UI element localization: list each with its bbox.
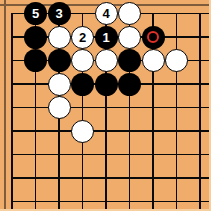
white-stone [118, 2, 141, 25]
white-stone-move-4: 4 [95, 2, 118, 25]
board-intersection [118, 72, 142, 96]
board-intersection: 4 [94, 2, 118, 26]
black-stone-move-5: 5 [24, 2, 47, 25]
white-stone [48, 96, 71, 119]
board-intersection [24, 25, 48, 49]
board-intersection [141, 25, 165, 49]
white-stone [118, 26, 141, 49]
white-stone-move-2: 2 [71, 26, 94, 49]
white-stone [71, 120, 94, 143]
white-stone [95, 49, 118, 72]
go-board-stones: 53421 [0, 2, 211, 211]
board-intersection [141, 49, 165, 73]
black-stone [24, 26, 47, 49]
white-stone [48, 26, 71, 49]
move-number: 3 [55, 7, 62, 20]
white-stone [71, 49, 94, 72]
board-intersection: 3 [47, 2, 71, 26]
board-intersection [118, 25, 142, 49]
board-intersection [118, 2, 142, 26]
move-number: 2 [79, 31, 86, 44]
board-intersection [71, 119, 95, 143]
board-intersection [71, 72, 95, 96]
go-diagram: 53421 [0, 0, 211, 211]
board-intersection [118, 49, 142, 73]
move-number: 5 [32, 7, 39, 20]
board-intersection [165, 49, 189, 73]
image-edge-bottom [0, 209, 211, 211]
board-intersection [47, 49, 71, 73]
board-intersection [47, 72, 71, 96]
black-stone [118, 49, 141, 72]
board-intersection: 2 [71, 25, 95, 49]
black-stone [24, 49, 47, 72]
black-stone-move-1: 1 [95, 26, 118, 49]
board-intersection [47, 25, 71, 49]
white-stone [165, 49, 188, 72]
board-intersection [94, 49, 118, 73]
board-intersection [94, 72, 118, 96]
white-stone [48, 73, 71, 96]
board-intersection [24, 49, 48, 73]
black-stone [118, 73, 141, 96]
board-intersection [47, 96, 71, 120]
white-stone [142, 49, 165, 72]
move-number: 1 [102, 31, 109, 44]
circle-marker-icon [147, 31, 159, 43]
board-intersection: 1 [94, 25, 118, 49]
black-stone [71, 73, 94, 96]
image-edge-right [209, 0, 211, 211]
black-stone [142, 26, 165, 49]
black-stone-move-3: 3 [48, 2, 71, 25]
move-number: 4 [102, 7, 109, 20]
black-stone [95, 73, 118, 96]
board-intersection: 5 [24, 2, 48, 26]
board-intersection [71, 49, 95, 73]
black-stone [48, 49, 71, 72]
